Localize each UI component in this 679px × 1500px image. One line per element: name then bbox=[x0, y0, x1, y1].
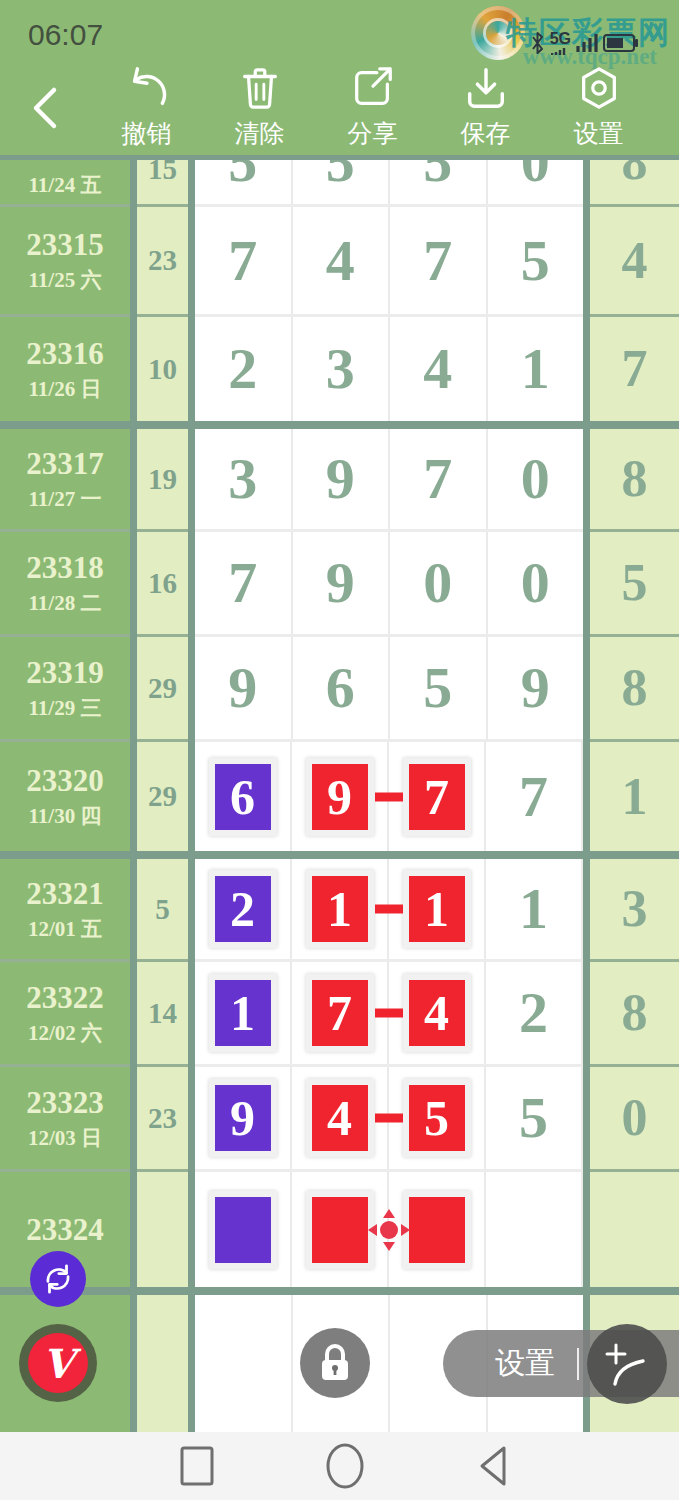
digit-cell[interactable] bbox=[195, 1295, 293, 1439]
digit-cell[interactable]: 5 bbox=[488, 207, 584, 314]
column-divider bbox=[130, 962, 137, 1067]
extra-cell: 8 bbox=[590, 637, 679, 742]
table-row: 23324 bbox=[0, 1172, 679, 1295]
marked-digit-tile-red[interactable]: 9 bbox=[306, 758, 374, 836]
extra-digit: 8 bbox=[622, 160, 648, 188]
extra-digit: 0 bbox=[622, 1092, 648, 1144]
pill-settings-label: 设置 bbox=[495, 1343, 555, 1384]
extra-digit: 4 bbox=[622, 235, 648, 287]
trend-chart-table: 11/24 五15555082331511/25 六23747542331611… bbox=[0, 155, 679, 1439]
tile-digit: 1 bbox=[424, 884, 449, 934]
undo-icon bbox=[124, 65, 170, 111]
digit-cell[interactable]: 9 bbox=[293, 429, 391, 529]
column-divider bbox=[130, 1295, 137, 1439]
digit-cells: 7900 bbox=[195, 532, 583, 637]
column-divider bbox=[188, 1295, 195, 1439]
column-divider bbox=[583, 1067, 590, 1172]
digit-cell[interactable]: 3 bbox=[195, 429, 293, 529]
plain-digit: 7 bbox=[519, 768, 548, 826]
column-divider bbox=[130, 532, 137, 637]
refresh-button[interactable] bbox=[30, 1251, 86, 1307]
issue-date-cell: 2331711/27 一 bbox=[0, 429, 130, 532]
tile-digit: 2 bbox=[230, 884, 255, 934]
plain-digit: 7 bbox=[228, 232, 257, 290]
plain-digit: 7 bbox=[423, 232, 452, 290]
plain-digit: 4 bbox=[326, 232, 355, 290]
issue-number: 23320 bbox=[26, 763, 104, 799]
tile-digit: 5 bbox=[424, 1093, 449, 1143]
column-divider bbox=[188, 160, 195, 207]
tile-digit: 1 bbox=[230, 988, 255, 1038]
marked-digit-tile-red[interactable]: 4 bbox=[306, 1079, 374, 1157]
digit-cell[interactable]: 2 bbox=[195, 859, 292, 959]
table-row: 11/24 五1555508 bbox=[0, 160, 679, 207]
sum-value: 29 bbox=[148, 672, 177, 705]
add-line-icon bbox=[603, 1340, 651, 1388]
issue-number: 23315 bbox=[26, 227, 104, 263]
sum-cell: 29 bbox=[137, 742, 188, 859]
clear-button[interactable]: 清除 bbox=[203, 65, 316, 150]
status-bar: 06:07 特区彩票网 www.tqcp.net 5G bbox=[0, 0, 679, 60]
home-circle-icon[interactable] bbox=[324, 1441, 366, 1491]
column-divider bbox=[188, 317, 195, 429]
sum-value: 14 bbox=[148, 997, 177, 1030]
tile-digit: 1 bbox=[327, 884, 352, 934]
settings-icon bbox=[576, 65, 622, 111]
link-dash bbox=[375, 792, 403, 801]
sum-cell: 23 bbox=[137, 1067, 188, 1172]
plain-digit: 7 bbox=[423, 450, 452, 508]
plain-digit: 1 bbox=[519, 880, 548, 938]
plain-digit: 5 bbox=[423, 659, 452, 717]
column-divider bbox=[583, 317, 590, 429]
sum-value: 19 bbox=[148, 463, 177, 496]
table-row: 2331811/28 二1679005 bbox=[0, 532, 679, 637]
column-divider bbox=[188, 1172, 195, 1295]
digit-cell[interactable]: 5 bbox=[293, 160, 391, 204]
table-row: 2332011/30 四2969771 bbox=[0, 742, 679, 859]
back-chevron-icon bbox=[30, 86, 60, 130]
sum-cell bbox=[137, 1172, 188, 1295]
digit-cells: 6977 bbox=[195, 742, 583, 859]
tile-digit: 7 bbox=[424, 772, 449, 822]
marked-digit-tile-purple[interactable]: 6 bbox=[209, 758, 277, 836]
marked-digit-tile-purple[interactable] bbox=[209, 1191, 277, 1269]
plain-digit: 3 bbox=[228, 450, 257, 508]
extra-cell: 5 bbox=[590, 532, 679, 637]
sum-value: 23 bbox=[148, 244, 177, 277]
plain-digit: 9 bbox=[326, 554, 355, 612]
digit-cell[interactable]: 1 bbox=[195, 962, 292, 1064]
digit-cell[interactable]: 9 bbox=[195, 1067, 292, 1169]
extra-cell bbox=[590, 1172, 679, 1295]
signal-bars-icon bbox=[576, 32, 598, 54]
extra-cell: 0 bbox=[590, 1067, 679, 1172]
digit-cell[interactable]: 6 bbox=[195, 742, 292, 851]
sum-value: 29 bbox=[148, 780, 177, 813]
trash-icon bbox=[237, 65, 283, 111]
digit-cell[interactable]: 4 bbox=[293, 207, 391, 314]
digit-cell[interactable]: 0 bbox=[488, 429, 584, 529]
sum-value: 23 bbox=[148, 1102, 177, 1135]
plain-digit: 9 bbox=[521, 659, 550, 717]
draw-date: 11/29 三 bbox=[29, 694, 102, 722]
issue-date-cell: 2331611/26 日 bbox=[0, 317, 130, 429]
table-row: 2331911/29 三2996598 bbox=[0, 637, 679, 742]
column-divider bbox=[130, 207, 137, 317]
column-divider bbox=[130, 429, 137, 532]
extra-cell: 3 bbox=[590, 859, 679, 962]
plain-digit: 1 bbox=[521, 340, 550, 398]
digit-cells: 3970 bbox=[195, 429, 583, 532]
digit-cell[interactable]: 0 bbox=[390, 532, 488, 634]
save-icon bbox=[463, 65, 509, 111]
plain-digit: 6 bbox=[326, 659, 355, 717]
column-divider bbox=[130, 160, 137, 207]
column-divider bbox=[130, 859, 137, 962]
draw-date: 11/26 日 bbox=[29, 375, 102, 403]
column-divider bbox=[130, 742, 137, 859]
plain-digit: 5 bbox=[519, 1089, 548, 1147]
status-icons: 5G bbox=[530, 30, 639, 56]
marked-digit-tile-red[interactable]: 7 bbox=[403, 758, 471, 836]
extra-digit: 5 bbox=[622, 557, 648, 609]
sum-cell: 16 bbox=[137, 532, 188, 637]
draw-date: 11/30 四 bbox=[29, 802, 102, 830]
plain-digit: 9 bbox=[326, 450, 355, 508]
plain-digit: 3 bbox=[326, 340, 355, 398]
digit-cell[interactable]: 7 bbox=[486, 742, 583, 851]
v-logo: V bbox=[28, 1333, 88, 1393]
sum-value: 16 bbox=[148, 567, 177, 600]
sum-cell: 15 bbox=[137, 160, 188, 207]
digit-cell[interactable]: 2 bbox=[195, 317, 293, 421]
undo-button[interactable]: 撤销 bbox=[90, 65, 203, 150]
plain-digit: 2 bbox=[519, 984, 548, 1042]
issue-date-cell: 2332112/01 五 bbox=[0, 859, 130, 962]
marked-digit-tile-purple[interactable]: 9 bbox=[209, 1079, 277, 1157]
issue-number: 23317 bbox=[26, 446, 104, 482]
digit-cell[interactable]: 0 bbox=[488, 160, 584, 204]
digit-cells: 9455 bbox=[195, 1067, 583, 1172]
digit-cell[interactable]: 7 bbox=[195, 532, 293, 634]
column-divider bbox=[188, 859, 195, 962]
back-button[interactable] bbox=[0, 86, 90, 130]
add-line-button[interactable] bbox=[587, 1324, 667, 1404]
extra-digit: 3 bbox=[622, 883, 648, 935]
draw-date: 12/03 日 bbox=[28, 1124, 102, 1152]
column-divider bbox=[583, 962, 590, 1067]
digit-cell[interactable]: 7 bbox=[195, 207, 293, 314]
digit-cell[interactable]: 7 bbox=[390, 429, 488, 529]
extra-cell: 4 bbox=[590, 207, 679, 317]
digit-cell[interactable]: 3 bbox=[293, 317, 391, 421]
marked-digit-tile-red[interactable]: 1 bbox=[306, 870, 374, 948]
save-button[interactable]: 保存 bbox=[429, 65, 542, 150]
lock-icon bbox=[318, 1343, 352, 1383]
digit-cells: 5550 bbox=[195, 160, 583, 207]
column-divider bbox=[188, 962, 195, 1067]
digit-cell[interactable]: 9 bbox=[293, 532, 391, 634]
issue-number: 23316 bbox=[26, 336, 104, 372]
pill-divider bbox=[577, 1348, 579, 1380]
marked-digit-tile-red[interactable]: 4 bbox=[403, 974, 471, 1052]
extra-digit: 8 bbox=[622, 453, 648, 505]
digit-cells: 2341 bbox=[195, 317, 583, 429]
tile-digit: 7 bbox=[327, 988, 352, 1038]
draw-date: 11/27 一 bbox=[29, 485, 102, 513]
column-divider bbox=[583, 532, 590, 637]
recent-apps-square-icon[interactable] bbox=[178, 1444, 216, 1488]
digit-cell[interactable]: 7 bbox=[390, 207, 488, 314]
tile-digit: 6 bbox=[230, 772, 255, 822]
bluetooth-icon bbox=[530, 30, 545, 56]
link-dash bbox=[375, 905, 403, 914]
back-triangle-icon[interactable] bbox=[474, 1443, 512, 1489]
digit-cell[interactable]: 0 bbox=[488, 532, 584, 634]
link-dash bbox=[375, 1009, 403, 1018]
extra-cell: 7 bbox=[590, 317, 679, 429]
sum-value: 5 bbox=[155, 893, 170, 926]
plain-digit: 5 bbox=[326, 160, 355, 191]
table-row: 2331511/25 六2374754 bbox=[0, 207, 679, 317]
extra-digit: 8 bbox=[622, 662, 648, 714]
share-label: 分享 bbox=[348, 117, 398, 150]
draw-date: 11/28 二 bbox=[29, 589, 102, 617]
extra-cell: 8 bbox=[590, 160, 679, 207]
plain-digit: 5 bbox=[521, 232, 550, 290]
marked-digit-tile-red[interactable] bbox=[306, 1191, 374, 1269]
digit-cell[interactable]: 5 bbox=[390, 637, 488, 739]
table-row: 2331711/27 一1939708 bbox=[0, 429, 679, 532]
column-divider bbox=[583, 207, 590, 317]
issue-number: 23319 bbox=[26, 655, 104, 691]
save-label: 保存 bbox=[461, 117, 511, 150]
column-divider bbox=[583, 859, 590, 962]
digit-cell[interactable] bbox=[486, 1172, 583, 1287]
marked-digit-tile-red[interactable]: 7 bbox=[306, 974, 374, 1052]
digit-cell[interactable]: 1 bbox=[486, 859, 583, 959]
plain-digit: 0 bbox=[423, 554, 452, 612]
sum-value: 15 bbox=[148, 160, 177, 186]
digit-cell[interactable]: 1 bbox=[389, 859, 486, 959]
tile-digit: 4 bbox=[327, 1093, 352, 1143]
digit-cells: 2111 bbox=[195, 859, 583, 962]
digit-cell[interactable] bbox=[195, 1172, 292, 1287]
digit-cell[interactable]: 5 bbox=[389, 1067, 486, 1169]
toolbar: 撤销 清除 分享 保存 设置 bbox=[0, 60, 679, 155]
column-divider bbox=[130, 317, 137, 429]
digit-cell[interactable]: 5 bbox=[195, 160, 293, 204]
column-divider bbox=[188, 429, 195, 532]
tile-digit: 9 bbox=[230, 1093, 255, 1143]
battery-icon bbox=[603, 34, 639, 52]
column-divider bbox=[130, 1067, 137, 1172]
issue-date-cell: 2332312/03 日 bbox=[0, 1067, 130, 1172]
v-logo-button[interactable]: V bbox=[19, 1324, 97, 1402]
draw-date: 11/25 六 bbox=[29, 266, 102, 294]
plain-digit: 2 bbox=[228, 340, 257, 398]
plain-digit: 9 bbox=[228, 659, 257, 717]
draw-date: 12/01 五 bbox=[28, 915, 102, 943]
digit-cell[interactable]: 9 bbox=[195, 637, 293, 739]
digit-cells: 1742 bbox=[195, 962, 583, 1067]
undo-label: 撤销 bbox=[122, 117, 172, 150]
settings-button[interactable]: 设置 bbox=[542, 65, 655, 150]
marked-digit-tile-purple[interactable]: 1 bbox=[209, 974, 277, 1052]
sum-cell: 14 bbox=[137, 962, 188, 1067]
issue-date-cell: 2332212/02 六 bbox=[0, 962, 130, 1067]
5g-signal-icon: 5G bbox=[550, 31, 571, 56]
marked-digit-tile-red[interactable] bbox=[403, 1191, 471, 1269]
plain-digit: 4 bbox=[423, 340, 452, 398]
column-divider bbox=[188, 637, 195, 742]
sum-cell: 5 bbox=[137, 859, 188, 962]
digit-cell[interactable]: 5 bbox=[486, 1067, 583, 1169]
column-divider bbox=[130, 1172, 137, 1295]
plain-digit: 0 bbox=[521, 450, 550, 508]
digit-cell[interactable]: 2 bbox=[486, 962, 583, 1064]
column-divider bbox=[188, 532, 195, 637]
column-divider bbox=[188, 1067, 195, 1172]
refresh-icon bbox=[41, 1262, 75, 1296]
lock-button[interactable] bbox=[300, 1328, 370, 1398]
digit-cells: 9659 bbox=[195, 637, 583, 742]
marked-digit-tile-red[interactable]: 5 bbox=[403, 1079, 471, 1157]
plain-digit: 0 bbox=[521, 554, 550, 612]
move-handle-icon[interactable] bbox=[366, 1207, 412, 1253]
issue-number: 23318 bbox=[26, 550, 104, 586]
issue-number: 23324 bbox=[26, 1212, 104, 1248]
marked-digit-tile-purple[interactable]: 2 bbox=[209, 870, 277, 948]
extra-cell: 8 bbox=[590, 962, 679, 1067]
column-divider bbox=[583, 1172, 590, 1295]
tile-digit: 4 bbox=[424, 988, 449, 1038]
share-icon bbox=[350, 65, 396, 111]
sum-cell: 19 bbox=[137, 429, 188, 532]
issue-date-cell: 2331811/28 二 bbox=[0, 532, 130, 637]
issue-number: 23323 bbox=[26, 1085, 104, 1121]
digit-cells bbox=[195, 1172, 583, 1295]
draw-date: 11/24 五 bbox=[29, 171, 102, 199]
sum-cell: 10 bbox=[137, 317, 188, 429]
sum-cell bbox=[137, 1295, 188, 1439]
plain-digit: 5 bbox=[228, 160, 257, 191]
issue-date-cell: 11/24 五 bbox=[0, 160, 130, 207]
digit-cells: 7475 bbox=[195, 207, 583, 317]
issue-date-cell: 2331511/25 六 bbox=[0, 207, 130, 317]
settings-label: 设置 bbox=[574, 117, 624, 150]
plain-digit: 5 bbox=[423, 160, 452, 191]
extra-cell: 8 bbox=[590, 429, 679, 532]
digit-cell[interactable]: 4 bbox=[390, 317, 488, 421]
table-row: 2332312/03 日2394550 bbox=[0, 1067, 679, 1172]
extra-digit: 7 bbox=[622, 343, 648, 395]
column-divider bbox=[583, 742, 590, 859]
share-button[interactable]: 分享 bbox=[316, 65, 429, 150]
issue-number: 23321 bbox=[26, 876, 104, 912]
digit-cell[interactable]: 1 bbox=[488, 317, 584, 421]
android-nav-bar bbox=[0, 1432, 679, 1500]
digit-cell[interactable]: 9 bbox=[488, 637, 584, 739]
table-row: 2332112/01 五521113 bbox=[0, 859, 679, 962]
digit-cell[interactable]: 6 bbox=[293, 637, 391, 739]
column-divider bbox=[188, 742, 195, 859]
extra-cell: 1 bbox=[590, 742, 679, 859]
table-row: 2332212/02 六1417428 bbox=[0, 962, 679, 1067]
settings-pill[interactable]: 设置 bbox=[443, 1330, 679, 1397]
plain-digit: 7 bbox=[228, 554, 257, 612]
column-divider bbox=[583, 637, 590, 742]
link-dash bbox=[375, 1114, 403, 1123]
sum-value: 10 bbox=[148, 353, 177, 386]
plain-digit: 0 bbox=[521, 160, 550, 191]
tile-digit: 9 bbox=[327, 772, 352, 822]
issue-number: 23322 bbox=[26, 980, 104, 1016]
digit-cell[interactable]: 7 bbox=[389, 742, 486, 851]
clock-time: 06:07 bbox=[28, 18, 103, 52]
sum-cell: 23 bbox=[137, 207, 188, 317]
digit-cell[interactable]: 4 bbox=[389, 962, 486, 1064]
marked-digit-tile-red[interactable]: 1 bbox=[403, 870, 471, 948]
sum-cell: 29 bbox=[137, 637, 188, 742]
column-divider bbox=[583, 429, 590, 532]
column-divider bbox=[130, 637, 137, 742]
issue-date-cell: 2331911/29 三 bbox=[0, 637, 130, 742]
digit-cell[interactable]: 5 bbox=[390, 160, 488, 204]
clear-label: 清除 bbox=[235, 117, 285, 150]
extra-digit: 1 bbox=[622, 771, 648, 823]
column-divider bbox=[583, 160, 590, 207]
issue-date-cell: 2332011/30 四 bbox=[0, 742, 130, 859]
column-divider bbox=[188, 207, 195, 317]
extra-digit: 8 bbox=[622, 987, 648, 1039]
table-row: 2331611/26 日1023417 bbox=[0, 317, 679, 429]
draw-date: 12/02 六 bbox=[28, 1019, 102, 1047]
